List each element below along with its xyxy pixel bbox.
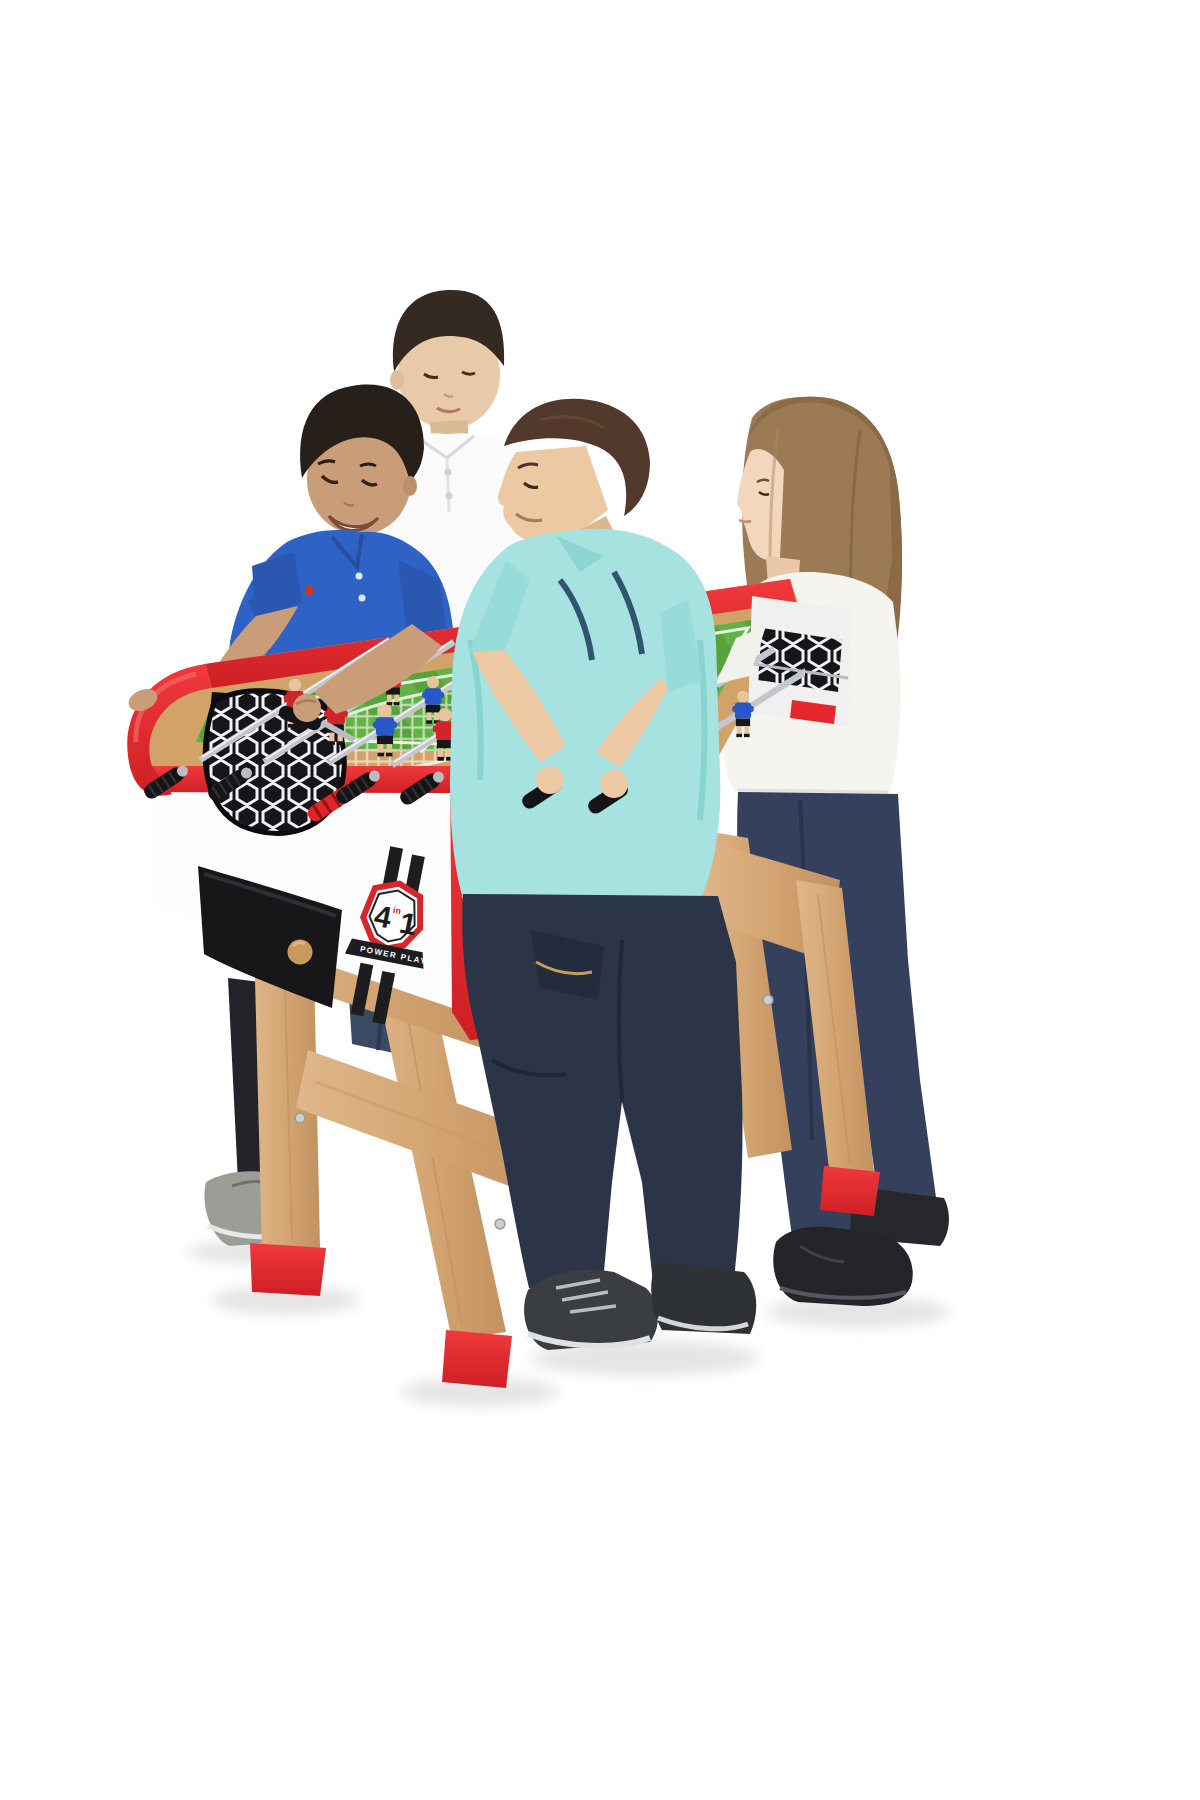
boy2-ear bbox=[390, 370, 404, 390]
foot-cap-left-front bbox=[250, 1243, 326, 1296]
boy1-fist bbox=[293, 694, 321, 722]
boy1-chest-logo bbox=[306, 586, 313, 595]
screw bbox=[495, 1219, 505, 1229]
foot-cap-right-rear bbox=[820, 1166, 880, 1216]
boy3-fist-left bbox=[536, 766, 564, 794]
boy3-fist-right bbox=[600, 770, 628, 798]
boy3-shirt bbox=[450, 529, 720, 908]
screw bbox=[763, 995, 773, 1005]
foot-cap-left-rear bbox=[442, 1330, 512, 1388]
boy1-ear bbox=[403, 476, 417, 496]
foosball-scene-svg: 4 in 1 POWER PLAY bbox=[0, 0, 1200, 1800]
screw bbox=[295, 1113, 305, 1123]
goal-panel-right bbox=[748, 596, 852, 726]
product-photo-scene: 4 in 1 POWER PLAY bbox=[0, 0, 1200, 1800]
